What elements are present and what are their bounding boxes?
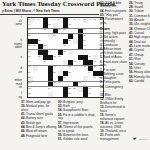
grid-cell[interactable]: 6 [58, 18, 63, 23]
grid-cell[interactable]: 43 [73, 60, 78, 65]
crossword-grid[interactable]: 1234567891011121314151617181920212223242… [27, 17, 104, 98]
cell-number: 68 [28, 92, 30, 94]
grid-cell[interactable]: 4 [48, 18, 53, 23]
clue-text: African trees with thick trunks [100, 47, 123, 55]
clue-number: 54. [58, 108, 62, 112]
down-clues-column-clipped: 26.Treaty28.Guard30.Tribute31.Common bra… [129, 2, 150, 85]
grid-cell[interactable] [43, 71, 48, 76]
grid-cell[interactable]: 12 [93, 18, 98, 23]
grid-cell[interactable] [38, 34, 43, 39]
grid-cell[interactable]: 22 [28, 34, 33, 39]
cell-number: 9 [78, 18, 79, 20]
grid-cell[interactable]: 18 [43, 29, 48, 34]
grid-cell[interactable] [38, 92, 43, 97]
black-square [63, 18, 68, 23]
cell-number: 51 [28, 71, 30, 73]
grid-cell[interactable] [73, 55, 78, 60]
cell-number: 48 [68, 66, 70, 68]
grid-cell[interactable]: 47 [53, 66, 58, 71]
across-clues-column-1: 37.Mom-and-pop gp.39.Medical plan, for s… [21, 101, 57, 140]
grid-cell[interactable]: 2 [33, 18, 38, 23]
clue-text: Fix in a cobbler's shop, say [58, 113, 96, 121]
grid-cell[interactable] [83, 71, 88, 76]
cell-number: 69 [68, 92, 70, 94]
grid-cell[interactable]: 65 [68, 87, 73, 92]
grid-cell[interactable] [33, 34, 38, 39]
grid-cell[interactable]: 19 [58, 29, 63, 34]
cell-number: 59 [28, 82, 30, 84]
clue-number: 31. [129, 14, 133, 18]
byline: y Estes | Will Shortz, © New York Times [2, 9, 106, 13]
black-square [63, 92, 68, 97]
grid-cell[interactable]: 63 [28, 87, 33, 92]
cell-number: 2 [33, 18, 34, 20]
grid-cell[interactable] [58, 44, 63, 49]
grid-cell[interactable] [73, 92, 78, 97]
cell-number: 57 [94, 76, 96, 78]
grid-cell[interactable]: 30 [43, 44, 48, 49]
grid-cell[interactable] [58, 60, 63, 65]
grid-cell[interactable] [68, 82, 73, 87]
grid-cell[interactable]: 45 [93, 60, 98, 65]
grid-cell[interactable]: 60 [53, 82, 58, 87]
clue-number: 64. [100, 9, 104, 13]
cell-number: 45 [94, 60, 96, 62]
black-square [48, 55, 53, 60]
grid-cell[interactable]: 53 [68, 71, 73, 76]
grid-cell[interactable]: 38 [53, 55, 58, 60]
clue-text: Theme of this puzzle, so to speak [58, 125, 93, 133]
cell-number: 26 [68, 39, 70, 41]
grid-cell[interactable]: 25 [38, 39, 43, 44]
cell-number: 54 [89, 71, 91, 73]
grid-cell[interactable] [53, 39, 58, 44]
clue-number: 43. [21, 121, 25, 125]
cell-number: 12 [94, 18, 96, 20]
grid-cell[interactable]: 52 [53, 71, 58, 76]
clipped-clue-fragment: on [18, 71, 22, 74]
grid-cell[interactable] [38, 29, 43, 34]
grid-cell[interactable] [73, 23, 78, 28]
cell-number: 36 [28, 55, 30, 57]
grid-cell[interactable]: 28 [28, 44, 33, 49]
black-square [63, 71, 68, 76]
black-square [73, 82, 78, 87]
grid-cell[interactable] [78, 23, 83, 28]
cell-number: 21 [84, 29, 86, 31]
grid-cell[interactable]: 29 [33, 44, 38, 49]
clue-item: 21.Prefix with management [100, 134, 127, 141]
across-clues-tail: 63.2002 Eddie Murphy film64.Fruit transp… [100, 2, 127, 26]
cell-number: 61 [58, 82, 60, 84]
grid-cell[interactable]: 35 [63, 50, 68, 55]
black-square [48, 66, 53, 71]
cell-number: 35 [63, 50, 65, 52]
clue-number: 48. [21, 134, 25, 138]
grid-cell[interactable] [68, 76, 73, 81]
clue-number: 50. [58, 100, 62, 104]
grid-cell[interactable] [78, 50, 83, 55]
grid-cell[interactable]: 20 [63, 29, 68, 34]
grid-cell[interactable]: 50 [93, 66, 98, 71]
grid-cell[interactable] [43, 34, 48, 39]
footer-note: Solution [139, 138, 148, 141]
clue-text: Food store chain inits. [100, 60, 127, 68]
grid-cell[interactable] [78, 87, 83, 92]
grid-cell[interactable]: 48 [68, 66, 73, 71]
grid-cell[interactable] [73, 71, 78, 76]
cell-number: 5 [53, 18, 54, 20]
grid-cell[interactable]: 69 [68, 92, 73, 97]
grid-cell[interactable] [88, 29, 93, 34]
black-square [58, 76, 63, 81]
cell-number: 33 [28, 50, 30, 52]
cell-number: 50 [94, 66, 96, 68]
clue-text: Befitting a son or daughter [100, 72, 123, 80]
cell-number: 38 [53, 55, 55, 57]
grid-cell[interactable] [58, 87, 63, 92]
black-square [48, 76, 53, 81]
black-square [48, 82, 53, 87]
grid-cell[interactable] [88, 82, 93, 87]
grid-cell[interactable] [88, 50, 93, 55]
grid-cell[interactable] [88, 44, 93, 49]
grid-cell[interactable] [93, 50, 98, 55]
grid-cell[interactable]: 54 [88, 71, 93, 76]
grid-cell[interactable]: 56 [63, 76, 68, 81]
grid-cell[interactable] [48, 92, 53, 97]
cell-number: 27 [84, 39, 86, 41]
grid-cell[interactable] [93, 82, 98, 87]
cell-number: 25 [38, 39, 40, 41]
grid-cell[interactable] [83, 82, 88, 87]
grid-cell[interactable]: 67 [88, 87, 93, 92]
grid-cell[interactable]: 21 [83, 29, 88, 34]
grid-cell[interactable] [73, 66, 78, 71]
grid-cell[interactable] [53, 60, 58, 65]
grid-cell[interactable] [93, 44, 98, 49]
cell-number: 55 [28, 76, 30, 78]
grid-cell[interactable] [93, 39, 98, 44]
black-square [68, 60, 73, 65]
grid-cell[interactable]: 46 [28, 66, 33, 71]
clue-text: Medical plan, for short [21, 104, 49, 112]
grid-cell[interactable] [53, 23, 58, 28]
grid-cell[interactable] [88, 23, 93, 28]
grid-cell[interactable] [88, 34, 93, 39]
grid-cell[interactable] [38, 71, 43, 76]
cell-number: 66 [73, 87, 75, 89]
grid-cell[interactable]: 42 [43, 60, 48, 65]
cell-number: 34 [48, 50, 50, 52]
grid-cell[interactable] [43, 76, 48, 81]
grid-cell[interactable] [78, 71, 83, 76]
grid-cell[interactable]: 61 [58, 82, 63, 87]
grid-cell[interactable] [33, 82, 38, 87]
grid-cell[interactable] [58, 71, 63, 76]
grid-cell[interactable] [93, 29, 98, 34]
cell-number: 70 [89, 92, 91, 94]
black-square [38, 50, 43, 55]
grid-cell[interactable] [58, 34, 63, 39]
cell-number: 49 [84, 66, 86, 68]
grid-cell[interactable]: 9 [78, 18, 83, 23]
grid-cell[interactable]: 57 [93, 76, 98, 81]
cell-number: 31 [63, 44, 65, 46]
grid-cell[interactable]: 40 [88, 55, 93, 60]
cell-number: 1 [28, 18, 29, 20]
grid-cell[interactable] [63, 66, 68, 71]
cell-number: 60 [53, 82, 55, 84]
grid-cell[interactable] [63, 34, 68, 39]
cell-number: 32 [84, 44, 86, 46]
grid-cell[interactable] [73, 39, 78, 44]
cell-number: 30 [43, 44, 45, 46]
black-square [43, 55, 48, 60]
grid-cell[interactable]: 64 [48, 87, 53, 92]
grid-cell[interactable]: 41 [28, 60, 33, 65]
grid-cell[interactable] [48, 44, 53, 49]
grid-cell[interactable] [38, 87, 43, 92]
clue-item: 60.Candid [129, 80, 150, 84]
header-rule [0, 14, 99, 15]
cell-number: 46 [28, 66, 30, 68]
grid-cell[interactable] [33, 60, 38, 65]
grid-cell[interactable] [73, 34, 78, 39]
grid-cell[interactable] [33, 55, 38, 60]
clue-number: 56. [129, 70, 133, 74]
page-title: York Times Tuesday Crossword Puzzle [2, 1, 114, 8]
cell-number: 23 [53, 34, 55, 36]
grid-cell[interactable] [58, 39, 63, 44]
grid-cell[interactable] [93, 92, 98, 97]
clue-number: 26. [129, 1, 133, 5]
grid-cell[interactable]: 5 [53, 18, 58, 23]
grid-cell[interactable] [33, 76, 38, 81]
clue-number: 42. [21, 116, 25, 120]
grid-cell[interactable] [63, 55, 68, 60]
grid-cell[interactable] [63, 60, 68, 65]
cell-number: 53 [68, 71, 70, 73]
grid-cell[interactable]: 14 [28, 23, 33, 28]
black-square [68, 34, 73, 39]
grid-cell[interactable] [73, 50, 78, 55]
black-square [63, 87, 68, 92]
clue-text: Fitzgerald forte [26, 134, 47, 138]
grid-cell[interactable] [93, 34, 98, 39]
cell-number: 8 [73, 18, 74, 20]
grid-cell[interactable] [88, 76, 93, 81]
grid-cell[interactable] [83, 23, 88, 28]
grid-cell[interactable] [33, 71, 38, 76]
grid-cell[interactable] [53, 50, 58, 55]
black-square [83, 60, 88, 65]
black-square [93, 71, 98, 76]
grid-cell[interactable] [38, 82, 43, 87]
grid-cell[interactable]: 68 [28, 92, 33, 97]
grid-cell[interactable] [93, 23, 98, 28]
grid-cell[interactable] [78, 66, 83, 71]
down-clues-list: 1.Long, high pass2.Not active, chemicall… [100, 32, 127, 142]
clue-number: 61. [58, 137, 62, 141]
clue-number: 58. [129, 75, 133, 79]
grid-cell[interactable]: 26 [68, 39, 73, 44]
across-clues-column-2: 50.Burglars' prey52.Roth ___54.Saxophoni… [58, 101, 97, 143]
black-square [28, 39, 33, 44]
grid-cell[interactable] [48, 60, 53, 65]
black-square [78, 44, 83, 49]
grid-cell[interactable] [68, 44, 73, 49]
grid-cell[interactable]: 37 [38, 55, 43, 60]
cell-number: 3 [38, 18, 39, 20]
cell-number: 56 [63, 76, 65, 78]
black-square [33, 39, 38, 44]
grid-cell[interactable] [68, 55, 73, 60]
grid-cell[interactable] [83, 50, 88, 55]
cell-number: 6 [58, 18, 59, 20]
black-square [43, 50, 48, 55]
grid-cell[interactable]: 59 [28, 82, 33, 87]
grid-cell[interactable]: 70 [88, 92, 93, 97]
cell-number: 14 [28, 23, 30, 25]
grid-cell[interactable] [33, 66, 38, 71]
grid-cell[interactable]: 24 [83, 34, 88, 39]
grid-cell[interactable] [83, 76, 88, 81]
cell-number: 65 [68, 87, 70, 89]
cell-number: 11 [89, 18, 91, 20]
black-square [48, 71, 53, 76]
cell-number: 16 [68, 23, 70, 25]
cell-number: 64 [48, 87, 50, 89]
grid-cell[interactable]: 36 [28, 55, 33, 60]
grid-cell[interactable]: 34 [48, 50, 53, 55]
grid-cell[interactable] [38, 60, 43, 65]
black-square [63, 39, 68, 44]
grid-cell[interactable] [48, 34, 53, 39]
clue-number: 54. [129, 62, 133, 66]
grid-cell[interactable] [88, 39, 93, 44]
grid-cell[interactable]: 1 [28, 18, 33, 23]
black-square [83, 92, 88, 97]
grid-cell[interactable] [53, 92, 58, 97]
grid-cell[interactable]: 62 [78, 82, 83, 87]
grid-cell[interactable]: 3 [38, 18, 43, 23]
grid-cell[interactable]: 49 [83, 66, 88, 71]
clue-number: 35. [129, 22, 133, 26]
grid-cell[interactable] [63, 82, 68, 87]
pointing-hand-icon: ☛ [133, 137, 137, 141]
clue-text: Candid [134, 79, 144, 83]
clue-number: 51. [129, 57, 133, 61]
grid-cell[interactable] [78, 92, 83, 97]
grid-cell[interactable]: 11 [88, 18, 93, 23]
grid-cell[interactable] [43, 66, 48, 71]
cell-number: 63 [28, 87, 30, 89]
grid-cell[interactable]: 7 [68, 18, 73, 23]
clue-item: 48.Fitzgerald forte [21, 135, 57, 139]
grid-cell[interactable] [58, 23, 63, 28]
grid-cell[interactable]: 44 [78, 60, 83, 65]
grid-cell[interactable]: 10 [83, 18, 88, 23]
cell-number: 24 [84, 34, 86, 36]
grid-cell[interactable]: 51 [28, 71, 33, 76]
grid-cell[interactable] [58, 66, 63, 71]
clipped-clue-fragment: oblet [15, 46, 22, 49]
grid-cell[interactable] [38, 76, 43, 81]
grid-cell[interactable] [93, 55, 98, 60]
cell-number: 19 [58, 29, 60, 31]
grid-cell[interactable]: 33 [28, 50, 33, 55]
clue-number: 43. [129, 35, 133, 39]
cell-number: 4 [48, 18, 49, 20]
black-square [58, 50, 63, 55]
grid-cell[interactable]: 23 [53, 34, 58, 39]
grid-cell[interactable] [33, 23, 38, 28]
cell-number: 10 [84, 18, 86, 20]
grid-cell[interactable]: 17 [28, 29, 33, 34]
cell-number: 22 [28, 34, 30, 36]
black-square [53, 29, 58, 34]
grid-cell[interactable]: 15 [48, 23, 53, 28]
grid-cell[interactable] [58, 92, 63, 97]
cell-number: 20 [63, 29, 65, 31]
clue-number: 60. [129, 79, 133, 83]
grid-cell[interactable]: 16 [68, 23, 73, 28]
grid-cell[interactable]: 8 [73, 18, 78, 23]
grid-cell[interactable] [78, 76, 83, 81]
grid-cell[interactable]: 66 [73, 87, 78, 92]
grid-cell[interactable] [43, 39, 48, 44]
grid-cell[interactable]: 31 [63, 44, 68, 49]
down-clues-column: 63.2002 Eddie Murphy film64.Fruit transp… [100, 2, 127, 143]
grid-cell[interactable] [53, 76, 58, 81]
grid-cell[interactable]: 39 [58, 55, 63, 60]
grid-cell[interactable] [43, 92, 48, 97]
grid-cell[interactable] [33, 87, 38, 92]
grid-cell[interactable] [33, 92, 38, 97]
grid-cell[interactable] [68, 29, 73, 34]
grid-cell[interactable]: 32 [83, 44, 88, 49]
grid-cell[interactable] [38, 66, 43, 71]
grid-cell[interactable] [33, 50, 38, 55]
cell-number: 41 [28, 60, 30, 62]
grid-cell[interactable]: 55 [28, 76, 33, 81]
cell-number: 29 [33, 44, 35, 46]
cell-number: 15 [48, 23, 50, 25]
grid-cell[interactable]: 27 [83, 39, 88, 44]
grid-cell[interactable] [48, 39, 53, 44]
cell-number: 28 [28, 44, 30, 46]
grid-cell[interactable] [33, 29, 38, 34]
grid-cell[interactable] [48, 29, 53, 34]
grid-cell[interactable] [73, 29, 78, 34]
black-square [78, 34, 83, 39]
cell-number: 42 [43, 60, 45, 62]
clue-number: 37. [21, 100, 25, 104]
cell-number: 17 [28, 29, 30, 31]
grid-cell[interactable] [53, 87, 58, 92]
black-square [38, 44, 43, 49]
grid-cell[interactable] [38, 23, 43, 28]
grid-cell[interactable] [68, 50, 73, 55]
grid-cell[interactable] [43, 82, 48, 87]
grid-cell[interactable] [43, 87, 48, 92]
grid-cell[interactable] [93, 87, 98, 92]
clue-number: 46. [129, 48, 133, 52]
grid-cell[interactable] [73, 76, 78, 81]
grid-cell[interactable] [53, 44, 58, 49]
grid-cell[interactable] [73, 44, 78, 49]
